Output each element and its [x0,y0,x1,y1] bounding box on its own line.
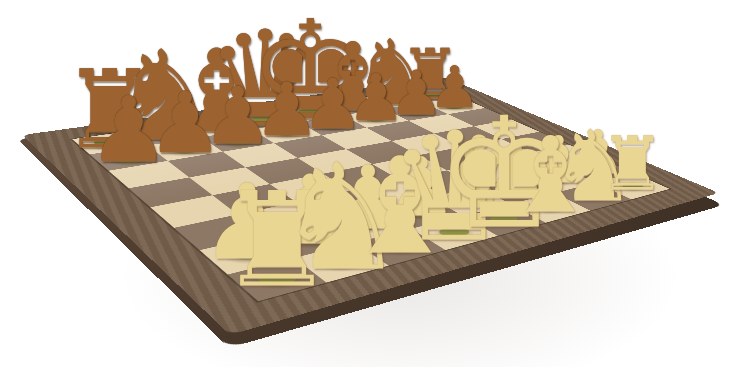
piece-white-rook-h1: ♜ [600,127,666,201]
chess-set-photo: ♜♞♝♛♚♝♞♜♟♟♟♟♟♟♟♟♟♟♟♟♟♟♟♟♜♞♝♛♚♝♞♜ [0,0,750,367]
pieces-layer: ♜♞♝♛♚♝♞♜♟♟♟♟♟♟♟♟♟♟♟♟♟♟♟♟♜♞♝♛♚♝♞♜ [0,0,750,367]
